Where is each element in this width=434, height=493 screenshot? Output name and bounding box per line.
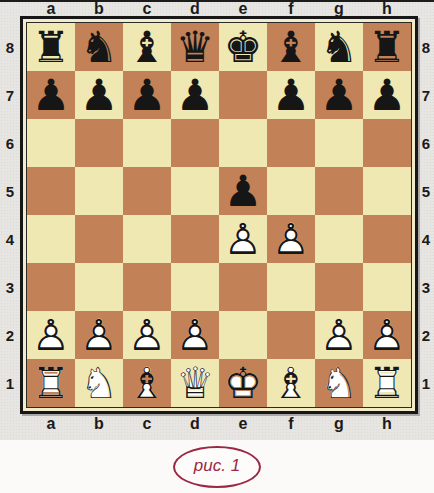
- file-label-a: a: [27, 2, 75, 16]
- white-rook-h1: ♜♖: [363, 359, 411, 407]
- black-pawn-d7: ♟: [171, 71, 219, 119]
- white-pawn-b2: ♟♙: [75, 311, 123, 359]
- square-e6: [219, 119, 267, 167]
- black-bishop-f8: ♝: [267, 23, 315, 71]
- square-b4: [75, 215, 123, 263]
- square-e5: ♟: [219, 167, 267, 215]
- square-a8: ♜: [27, 23, 75, 71]
- square-d5: [171, 167, 219, 215]
- square-b5: [75, 167, 123, 215]
- square-b2: ♟♙: [75, 311, 123, 359]
- file-label-c: c: [123, 2, 171, 16]
- rank-label-8: 8: [418, 23, 434, 71]
- rank-label-5: 5: [418, 167, 434, 215]
- square-f1: ♝♗: [267, 359, 315, 407]
- file-label-a: a: [27, 417, 75, 431]
- white-pawn-a2: ♟♙: [27, 311, 75, 359]
- file-labels-top: abcdefgh: [20, 2, 418, 16]
- file-label-d: d: [171, 2, 219, 16]
- corner-top-left: [0, 2, 20, 16]
- square-f4: ♟♙: [267, 215, 315, 263]
- rank-label-7: 7: [0, 71, 20, 119]
- white-pawn-d2: ♟♙: [171, 311, 219, 359]
- black-pawn-f7: ♟: [267, 71, 315, 119]
- black-knight-g8: ♞: [315, 23, 363, 71]
- black-king-e8: ♚: [219, 23, 267, 71]
- rank-labels-left: 87654321: [0, 16, 20, 414]
- black-rook-h8: ♜: [363, 23, 411, 71]
- corner-bottom-right: [418, 414, 434, 440]
- rank-label-6: 6: [0, 119, 20, 167]
- chess-board: ♜♞♝♛♚♝♞♜♟♟♟♟♟♟♟♟♟♙♟♙♟♙♟♙♟♙♟♙♟♙♟♙♜♖♞♘♝♗♛♕…: [26, 22, 412, 408]
- square-e2: [219, 311, 267, 359]
- rank-label-7: 7: [418, 71, 434, 119]
- file-label-c: c: [123, 417, 171, 431]
- black-pawn-e5: ♟: [219, 167, 267, 215]
- black-pawn-h7: ♟: [363, 71, 411, 119]
- square-c5: [123, 167, 171, 215]
- file-labels-bottom: abcdefgh: [20, 414, 418, 440]
- file-label-e: e: [219, 2, 267, 16]
- white-knight-g1: ♞♘: [315, 359, 363, 407]
- square-h2: ♟♙: [363, 311, 411, 359]
- square-g3: [315, 263, 363, 311]
- file-label-b: b: [75, 2, 123, 16]
- caption-area: рис. 1: [0, 440, 434, 493]
- square-e4: ♟♙: [219, 215, 267, 263]
- black-rook-a8: ♜: [27, 23, 75, 71]
- square-g6: [315, 119, 363, 167]
- figure-page: abcdefgh 87654321 ♜♞♝♛♚♝♞♜♟♟♟♟♟♟♟♟♟♙♟♙♟♙…: [0, 0, 434, 493]
- square-f6: [267, 119, 315, 167]
- file-label-f: f: [267, 2, 315, 16]
- square-b7: ♟: [75, 71, 123, 119]
- rank-label-2: 2: [0, 311, 20, 359]
- square-a7: ♟: [27, 71, 75, 119]
- square-d1: ♛♕: [171, 359, 219, 407]
- square-d4: [171, 215, 219, 263]
- white-rook-a1: ♜♖: [27, 359, 75, 407]
- white-queen-d1: ♛♕: [171, 359, 219, 407]
- square-b6: [75, 119, 123, 167]
- square-g4: [315, 215, 363, 263]
- rank-label-3: 3: [418, 263, 434, 311]
- square-d3: [171, 263, 219, 311]
- square-c6: [123, 119, 171, 167]
- square-c7: ♟: [123, 71, 171, 119]
- square-f5: [267, 167, 315, 215]
- square-a1: ♜♖: [27, 359, 75, 407]
- square-a5: [27, 167, 75, 215]
- rank-label-6: 6: [418, 119, 434, 167]
- white-pawn-e4: ♟♙: [219, 215, 267, 263]
- square-h1: ♜♖: [363, 359, 411, 407]
- file-label-h: h: [363, 2, 411, 16]
- square-f3: [267, 263, 315, 311]
- rank-label-4: 4: [418, 215, 434, 263]
- square-c8: ♝: [123, 23, 171, 71]
- file-label-f: f: [267, 417, 315, 431]
- square-e7: [219, 71, 267, 119]
- square-c3: [123, 263, 171, 311]
- black-bishop-c8: ♝: [123, 23, 171, 71]
- square-a4: [27, 215, 75, 263]
- square-f2: [267, 311, 315, 359]
- file-label-b: b: [75, 417, 123, 431]
- square-g5: [315, 167, 363, 215]
- white-pawn-c2: ♟♙: [123, 311, 171, 359]
- white-king-e1: ♚♔: [219, 359, 267, 407]
- square-b1: ♞♘: [75, 359, 123, 407]
- square-e8: ♚: [219, 23, 267, 71]
- file-label-h: h: [363, 417, 411, 431]
- white-knight-b1: ♞♘: [75, 359, 123, 407]
- square-c1: ♝♗: [123, 359, 171, 407]
- rank-label-8: 8: [0, 23, 20, 71]
- file-label-e: e: [219, 417, 267, 431]
- square-g2: ♟♙: [315, 311, 363, 359]
- figure-caption-oval: рис. 1: [173, 446, 261, 488]
- square-g7: ♟: [315, 71, 363, 119]
- square-e3: [219, 263, 267, 311]
- square-h6: [363, 119, 411, 167]
- rank-label-1: 1: [418, 359, 434, 407]
- white-bishop-c1: ♝♗: [123, 359, 171, 407]
- black-knight-b8: ♞: [75, 23, 123, 71]
- black-queen-d8: ♛: [171, 23, 219, 71]
- square-f8: ♝: [267, 23, 315, 71]
- square-c4: [123, 215, 171, 263]
- rank-label-1: 1: [0, 359, 20, 407]
- square-d2: ♟♙: [171, 311, 219, 359]
- square-b3: [75, 263, 123, 311]
- rank-label-2: 2: [418, 311, 434, 359]
- square-h5: [363, 167, 411, 215]
- square-d7: ♟: [171, 71, 219, 119]
- square-d8: ♛: [171, 23, 219, 71]
- square-d6: [171, 119, 219, 167]
- square-g1: ♞♘: [315, 359, 363, 407]
- white-bishop-f1: ♝♗: [267, 359, 315, 407]
- corner-bottom-left: [0, 414, 20, 440]
- file-label-g: g: [315, 2, 363, 16]
- white-pawn-h2: ♟♙: [363, 311, 411, 359]
- square-c2: ♟♙: [123, 311, 171, 359]
- black-pawn-c7: ♟: [123, 71, 171, 119]
- file-label-g: g: [315, 417, 363, 431]
- square-a6: [27, 119, 75, 167]
- black-pawn-g7: ♟: [315, 71, 363, 119]
- rank-label-4: 4: [0, 215, 20, 263]
- white-pawn-g2: ♟♙: [315, 311, 363, 359]
- square-h7: ♟: [363, 71, 411, 119]
- rank-labels-right: 87654321: [418, 16, 434, 414]
- square-a3: [27, 263, 75, 311]
- square-b8: ♞: [75, 23, 123, 71]
- white-pawn-f4: ♟♙: [267, 215, 315, 263]
- square-h3: [363, 263, 411, 311]
- square-g8: ♞: [315, 23, 363, 71]
- square-e1: ♚♔: [219, 359, 267, 407]
- black-pawn-b7: ♟: [75, 71, 123, 119]
- figure-caption: рис. 1: [194, 456, 240, 476]
- square-f7: ♟: [267, 71, 315, 119]
- square-h4: [363, 215, 411, 263]
- chess-diagram: abcdefgh 87654321 ♜♞♝♛♚♝♞♜♟♟♟♟♟♟♟♟♟♙♟♙♟♙…: [0, 2, 434, 440]
- black-pawn-a7: ♟: [27, 71, 75, 119]
- rank-label-3: 3: [0, 263, 20, 311]
- file-label-d: d: [171, 417, 219, 431]
- square-a2: ♟♙: [27, 311, 75, 359]
- chess-board-frame: ♜♞♝♛♚♝♞♜♟♟♟♟♟♟♟♟♟♙♟♙♟♙♟♙♟♙♟♙♟♙♟♙♜♖♞♘♝♗♛♕…: [20, 16, 418, 414]
- square-h8: ♜: [363, 23, 411, 71]
- corner-top-right: [418, 2, 434, 16]
- rank-label-5: 5: [0, 167, 20, 215]
